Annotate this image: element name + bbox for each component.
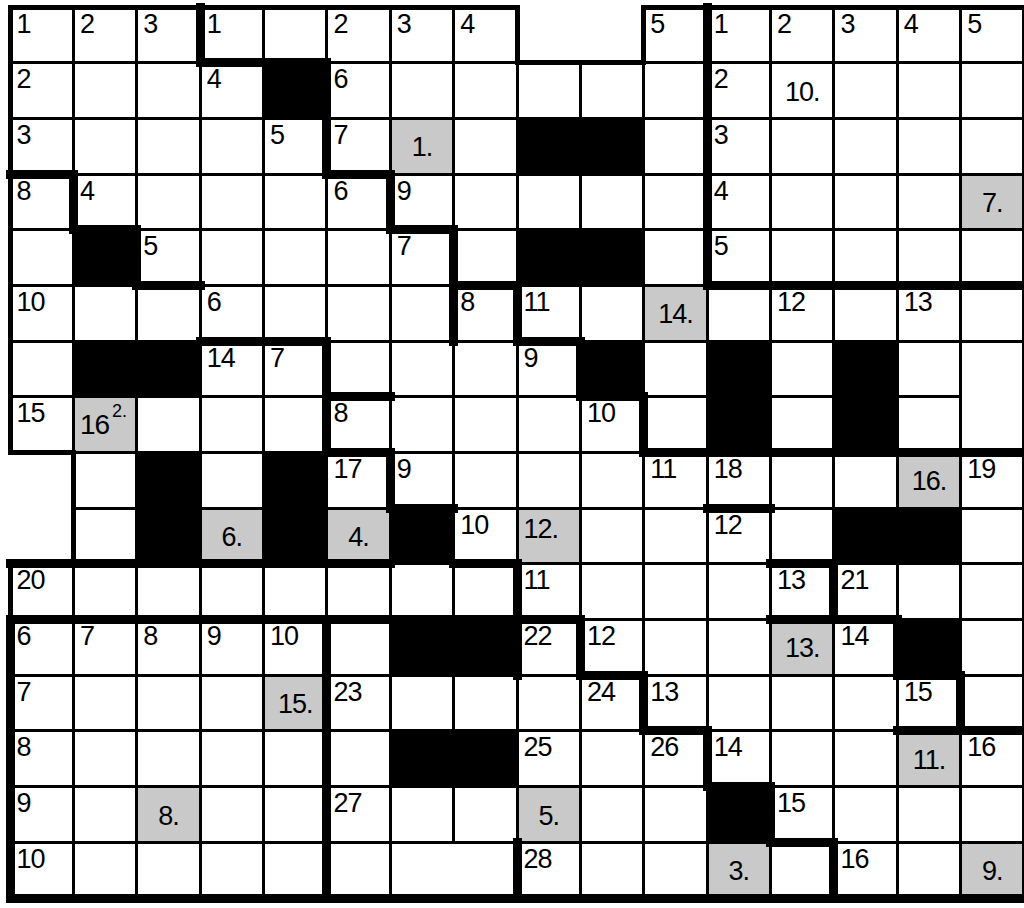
letter-cell[interactable] — [896, 562, 962, 621]
puzzle-boundary-thick — [513, 281, 522, 346]
clue-number: 6 — [333, 65, 347, 93]
puzzle-boundary-thick — [449, 559, 521, 568]
letter-cell[interactable] — [452, 395, 518, 454]
letter-cell[interactable] — [262, 173, 328, 232]
key-letter-cell[interactable]: 15. — [262, 674, 328, 733]
letter-cell[interactable] — [262, 562, 328, 621]
letter-cell[interactable] — [389, 395, 455, 454]
letter-cell[interactable]: 5 — [642, 6, 708, 65]
letter-cell[interactable] — [579, 284, 645, 343]
clue-number: 16 — [967, 733, 995, 761]
clue-number: 25 — [524, 733, 552, 761]
letter-cell[interactable] — [72, 117, 138, 176]
letter-cell[interactable]: 14 — [706, 729, 772, 788]
clue-number: 27 — [333, 789, 361, 817]
puzzle-boundary-thick — [766, 782, 775, 847]
letter-cell[interactable]: 28 — [516, 841, 582, 900]
letter-cell[interactable] — [452, 562, 518, 621]
letter-cell[interactable] — [389, 562, 455, 621]
key-letter-number: 15. — [265, 689, 325, 720]
letter-cell[interactable] — [769, 451, 835, 510]
letter-cell[interactable]: 4 — [706, 173, 772, 232]
letter-cell[interactable]: 13 — [769, 562, 835, 621]
letter-cell[interactable] — [325, 284, 391, 343]
letter-cell[interactable] — [199, 228, 265, 287]
clue-number: 19 — [967, 455, 995, 483]
letter-cell[interactable] — [199, 451, 265, 510]
letter-cell[interactable] — [706, 674, 772, 733]
letter-cell[interactable]: 26 — [642, 729, 708, 788]
letter-cell[interactable] — [642, 562, 708, 621]
puzzle-boundary-thick — [322, 337, 331, 457]
letter-cell[interactable]: 3 — [832, 6, 898, 65]
letter-cell[interactable] — [262, 729, 328, 788]
clue-number: 15 — [904, 678, 932, 706]
letter-cell[interactable]: 9 — [389, 173, 455, 232]
key-letter-number: 16. — [899, 466, 959, 497]
blocked-cell — [706, 395, 772, 454]
blocked-cell — [706, 340, 772, 399]
puzzle-boundary-thick — [322, 448, 394, 457]
letter-cell[interactable]: 2 — [9, 61, 75, 120]
letter-cell[interactable]: 9 — [516, 340, 582, 399]
puzzle-boundary-thick — [639, 392, 648, 457]
key-letter-number: 1. — [392, 132, 452, 163]
letter-cell[interactable] — [642, 618, 708, 677]
letter-cell[interactable] — [832, 451, 898, 510]
letter-cell[interactable] — [896, 173, 962, 232]
key-letter-cell[interactable]: 8. — [135, 785, 201, 844]
letter-cell[interactable] — [452, 228, 518, 287]
letter-cell[interactable] — [516, 395, 582, 454]
letter-cell[interactable] — [389, 61, 455, 120]
clue-number: 1 — [17, 10, 31, 38]
letter-cell[interactable]: 15 — [896, 674, 962, 733]
puzzle-boundary-thick — [703, 281, 1024, 290]
letter-cell[interactable] — [516, 674, 582, 733]
letter-cell[interactable] — [832, 729, 898, 788]
letter-cell[interactable] — [452, 173, 518, 232]
puzzle-boundary-thick — [766, 838, 838, 847]
letter-cell[interactable] — [262, 6, 328, 65]
letter-cell[interactable]: 20 — [9, 562, 75, 621]
key-letter-cell[interactable]: 12. — [516, 507, 582, 566]
letter-cell[interactable]: 24 — [579, 674, 645, 733]
letter-cell[interactable] — [769, 674, 835, 733]
outer-border — [71, 450, 76, 566]
letter-cell[interactable] — [959, 117, 1024, 176]
clue-number: 4 — [207, 65, 221, 93]
letter-cell[interactable]: 3 — [706, 117, 772, 176]
letter-cell[interactable]: 2 — [706, 61, 772, 120]
letter-cell[interactable]: 18 — [706, 451, 772, 510]
letter-cell[interactable]: 11 — [516, 562, 582, 621]
letter-cell[interactable] — [135, 729, 201, 788]
letter-cell[interactable] — [262, 785, 328, 844]
letter-cell[interactable]: 8 — [135, 618, 201, 677]
letter-cell[interactable]: 21 — [832, 562, 898, 621]
letter-cell[interactable] — [959, 785, 1024, 844]
key-letter-number: 11. — [899, 745, 959, 776]
letter-cell[interactable]: 1 — [9, 6, 75, 65]
letter-cell[interactable]: 4 — [199, 61, 265, 120]
clue-number: 6 — [333, 177, 347, 205]
clue-number: 2 — [777, 10, 791, 38]
letter-cell[interactable] — [516, 61, 582, 120]
letter-cell[interactable]: 11 — [642, 451, 708, 510]
puzzle-boundary-thick — [576, 337, 585, 402]
key-letter-cell[interactable]: 9. — [959, 841, 1024, 900]
letter-cell[interactable] — [642, 785, 708, 844]
letter-cell[interactable] — [199, 173, 265, 232]
clue-number: 17 — [333, 455, 361, 483]
clue-number: 9 — [17, 789, 31, 817]
letter-cell[interactable] — [642, 117, 708, 176]
puzzle-boundary-thick — [132, 281, 204, 290]
puzzle-boundary-thick — [386, 448, 395, 513]
letter-cell[interactable] — [389, 841, 519, 900]
clue-number: 23 — [333, 678, 361, 706]
letter-cell[interactable]: 22 — [516, 618, 582, 677]
letter-cell[interactable] — [896, 395, 962, 454]
outer-border — [515, 60, 647, 65]
letter-cell[interactable] — [579, 562, 645, 621]
letter-cell[interactable]: 6 — [325, 61, 391, 120]
key-letter-number: 7. — [962, 188, 1022, 219]
letter-cell[interactable]: 7 — [72, 618, 138, 677]
letter-cell[interactable] — [72, 729, 138, 788]
letter-cell[interactable]: 10 — [9, 284, 75, 343]
clue-number: 16 — [80, 409, 109, 441]
letter-cell[interactable] — [199, 841, 265, 900]
letter-cell[interactable] — [135, 841, 201, 900]
letter-cell[interactable]: 7 — [389, 228, 455, 287]
letter-cell[interactable] — [579, 729, 645, 788]
letter-cell[interactable] — [959, 562, 1024, 621]
blocked-cell — [389, 507, 455, 566]
letter-cell[interactable] — [9, 340, 75, 399]
letter-cell[interactable] — [325, 228, 391, 287]
letter-cell[interactable] — [579, 451, 645, 510]
puzzle-boundary-thick — [449, 281, 521, 290]
clue-number: 9 — [397, 455, 411, 483]
puzzle-board: 1231234512345246210.3571.3846947.5751068… — [0, 0, 1024, 908]
letter-cell[interactable] — [959, 61, 1024, 120]
letter-cell[interactable] — [642, 395, 708, 454]
letter-cell[interactable]: 8 — [325, 395, 391, 454]
letter-cell[interactable]: 10. — [769, 61, 835, 120]
letter-cell[interactable]: 7 — [262, 340, 328, 399]
letter-cell[interactable] — [72, 507, 138, 566]
letter-cell[interactable] — [452, 785, 518, 844]
letter-cell[interactable] — [452, 61, 518, 120]
letter-cell[interactable] — [832, 117, 898, 176]
outer-border — [515, 5, 520, 66]
letter-cell[interactable]: 12 — [579, 618, 645, 677]
letter-cell[interactable] — [579, 173, 645, 232]
letter-cell[interactable] — [706, 618, 772, 677]
letter-cell[interactable]: 4 — [452, 6, 518, 65]
letter-cell[interactable] — [325, 618, 391, 677]
letter-cell[interactable] — [642, 228, 708, 287]
letter-cell[interactable] — [832, 284, 898, 343]
letter-cell[interactable]: 7 — [325, 117, 391, 176]
letter-cell[interactable] — [959, 284, 1024, 343]
key-letter-cell[interactable]: 5. — [516, 785, 582, 844]
letter-cell[interactable] — [959, 674, 1024, 733]
blocked-cell — [135, 340, 201, 399]
letter-cell[interactable] — [769, 117, 835, 176]
letter-cell[interactable] — [579, 507, 645, 566]
letter-cell[interactable] — [135, 395, 201, 454]
letter-cell[interactable]: 10 — [452, 507, 518, 566]
letter-cell[interactable]: 10 — [579, 395, 645, 454]
clue-number: 21 — [840, 566, 868, 594]
letter-cell[interactable] — [262, 284, 328, 343]
letter-cell[interactable]: 8 — [9, 173, 75, 232]
letter-cell[interactable] — [896, 117, 962, 176]
letter-cell[interactable]: 10 — [9, 841, 75, 900]
letter-cell[interactable] — [72, 785, 138, 844]
letter-cell[interactable] — [642, 61, 708, 120]
letter-cell[interactable] — [706, 284, 772, 343]
letter-cell[interactable] — [896, 841, 962, 900]
letter-cell[interactable] — [959, 618, 1024, 677]
letter-cell[interactable] — [199, 729, 265, 788]
letter-cell[interactable] — [769, 729, 835, 788]
letter-cell[interactable] — [135, 284, 201, 343]
letter-cell[interactable]: 14 — [832, 618, 898, 677]
letter-cell[interactable]: 12 — [769, 284, 835, 343]
letter-cell[interactable] — [389, 284, 455, 343]
letter-cell[interactable] — [832, 785, 898, 844]
clue-number: 9 — [397, 177, 411, 205]
letter-cell[interactable] — [516, 451, 582, 510]
letter-cell[interactable]: 9 — [389, 451, 455, 510]
letter-cell[interactable] — [452, 674, 518, 733]
letter-cell[interactable] — [642, 841, 708, 900]
puzzle-boundary-thick — [196, 58, 332, 67]
letter-cell[interactable] — [135, 562, 201, 621]
letter-cell[interactable] — [389, 785, 455, 844]
key-letter-cell[interactable]: 7. — [959, 173, 1024, 232]
key-letter-number: 8. — [138, 800, 198, 831]
letter-cell[interactable] — [769, 507, 835, 566]
letter-cell[interactable] — [9, 228, 75, 287]
puzzle-boundary-thick — [513, 838, 522, 903]
letter-cell[interactable] — [579, 785, 645, 844]
letter-cell[interactable] — [832, 228, 898, 287]
letter-cell[interactable]: 12 — [706, 507, 772, 566]
letter-cell[interactable]: 5 — [959, 6, 1024, 65]
letter-cell[interactable] — [135, 674, 201, 733]
letter-cell[interactable] — [452, 117, 518, 176]
clue-number: 14 — [207, 344, 235, 372]
clue-number: 8 — [460, 288, 474, 316]
key-letter-cell[interactable]: 3. — [706, 841, 772, 900]
letter-cell[interactable]: 19 — [959, 451, 1024, 510]
letter-cell[interactable]: 13 — [642, 674, 708, 733]
clue-number: 4 — [904, 10, 918, 38]
letter-cell[interactable]: 4 — [896, 6, 962, 65]
letter-cell[interactable] — [325, 729, 391, 788]
letter-cell[interactable] — [516, 173, 582, 232]
letter-cell[interactable] — [135, 61, 201, 120]
letter-cell[interactable]: 15 — [9, 395, 75, 454]
letter-cell[interactable] — [452, 340, 518, 399]
letter-cell[interactable]: 8 — [9, 729, 75, 788]
letter-cell[interactable] — [72, 562, 138, 621]
letter-cell[interactable] — [135, 173, 201, 232]
blocked-cell — [896, 507, 962, 566]
letter-cell[interactable] — [579, 841, 645, 900]
letter-cell[interactable]: 6 — [9, 618, 75, 677]
letter-cell[interactable] — [832, 674, 898, 733]
key-letter-number: 9. — [962, 856, 1022, 887]
letter-cell[interactable] — [832, 61, 898, 120]
letter-cell[interactable]: 9 — [199, 618, 265, 677]
letter-cell[interactable] — [959, 228, 1024, 287]
puzzle-boundary-thick — [513, 559, 522, 679]
key-letter-cell[interactable]: 16. — [896, 451, 962, 510]
outer-border — [641, 5, 646, 66]
letter-cell[interactable] — [199, 674, 265, 733]
clue-number: 3 — [17, 121, 31, 149]
letter-cell[interactable]: 5 — [135, 228, 201, 287]
letter-cell[interactable] — [389, 674, 455, 733]
clue-number: 3 — [397, 10, 411, 38]
letter-cell[interactable] — [769, 340, 835, 399]
letter-cell[interactable]: 8 — [452, 284, 518, 343]
letter-cell[interactable] — [199, 395, 265, 454]
letter-cell[interactable] — [769, 173, 835, 232]
letter-cell[interactable]: 6 — [325, 173, 391, 232]
letter-cell[interactable] — [706, 562, 772, 621]
puzzle-boundary-thick — [703, 726, 712, 791]
letter-cell[interactable]: 16 — [832, 841, 898, 900]
letter-cell[interactable] — [199, 117, 265, 176]
letter-cell[interactable]: 7 — [9, 674, 75, 733]
outer-border — [8, 561, 13, 622]
letter-cell[interactable] — [72, 284, 138, 343]
letter-cell[interactable]: 3 — [135, 6, 201, 65]
letter-cell[interactable] — [199, 562, 265, 621]
letter-cell[interactable]: 1 — [199, 6, 265, 65]
letter-cell[interactable] — [769, 841, 835, 900]
letter-cell[interactable]: 23 — [325, 674, 391, 733]
puzzle-boundary-thick — [386, 225, 458, 234]
letter-cell[interactable] — [579, 61, 645, 120]
clue-number: 1 — [714, 10, 728, 38]
key-letter-cell[interactable]: 6. — [199, 507, 265, 566]
puzzle-boundary-thick — [576, 615, 585, 680]
letter-cell[interactable] — [959, 340, 1024, 454]
letter-cell[interactable] — [896, 61, 962, 120]
letter-cell[interactable] — [135, 117, 201, 176]
puzzle-boundary-thick — [322, 615, 331, 902]
key-letter-cell[interactable]: 1. — [389, 117, 455, 176]
key-letter-cell[interactable]: 162. — [72, 395, 138, 454]
blocked-cell — [262, 507, 328, 566]
letter-cell[interactable]: 14 — [199, 340, 265, 399]
letter-cell[interactable] — [642, 507, 708, 566]
letter-cell[interactable]: 11 — [516, 284, 582, 343]
outer-border — [8, 450, 76, 455]
puzzle-boundary-thick — [386, 170, 395, 235]
letter-cell[interactable] — [325, 562, 391, 621]
letter-cell[interactable] — [959, 507, 1024, 566]
letter-cell[interactable]: 2 — [769, 6, 835, 65]
clue-number: 1 — [207, 10, 221, 38]
letter-cell[interactable]: 13 — [896, 284, 962, 343]
letter-cell[interactable] — [769, 395, 835, 454]
letter-cell[interactable] — [642, 173, 708, 232]
letter-cell[interactable] — [832, 173, 898, 232]
clue-number: 12 — [714, 511, 742, 539]
letter-cell[interactable] — [72, 674, 138, 733]
letter-cell[interactable]: 3 — [9, 117, 75, 176]
letter-cell[interactable]: 5 — [262, 117, 328, 176]
letter-cell[interactable] — [199, 785, 265, 844]
puzzle-boundary-thick — [639, 671, 648, 736]
letter-cell[interactable]: 3 — [389, 6, 455, 65]
key-letter-cell[interactable]: 4. — [325, 507, 391, 566]
letter-cell[interactable] — [262, 395, 328, 454]
letter-cell[interactable] — [325, 340, 391, 399]
clue-number: 3 — [143, 10, 157, 38]
letter-cell[interactable]: 9 — [9, 785, 75, 844]
letter-cell[interactable]: 1 — [706, 6, 772, 65]
puzzle-boundary-thick — [893, 671, 965, 680]
key-letter-cell[interactable]: 13. — [769, 618, 835, 677]
letter-cell[interactable] — [452, 451, 518, 510]
letter-cell[interactable] — [896, 228, 962, 287]
puzzle-boundary-thick — [196, 337, 332, 346]
key-letter-cell[interactable]: 14. — [642, 284, 708, 343]
letter-cell[interactable] — [72, 451, 138, 510]
letter-cell[interactable] — [769, 228, 835, 287]
letter-cell[interactable]: 6 — [199, 284, 265, 343]
letter-cell[interactable]: 15 — [769, 785, 835, 844]
clue-number: 15 — [777, 789, 805, 817]
clue-number: 7 — [17, 678, 31, 706]
clue-number: 10 — [587, 399, 615, 427]
letter-cell[interactable]: 2 — [325, 6, 391, 65]
letter-cell[interactable]: 25 — [516, 729, 582, 788]
letter-cell[interactable]: 16 — [959, 729, 1024, 788]
blocked-cell — [452, 729, 518, 788]
letter-cell[interactable]: 2 — [72, 6, 138, 65]
letter-cell[interactable]: 10 — [262, 618, 328, 677]
blocked-cell — [262, 451, 328, 510]
key-letter-number: 2. — [112, 401, 127, 422]
letter-cell[interactable] — [72, 61, 138, 120]
letter-cell[interactable] — [896, 340, 962, 399]
letter-cell[interactable] — [389, 340, 455, 399]
letter-cell[interactable]: 5 — [706, 228, 772, 287]
letter-cell[interactable] — [72, 841, 138, 900]
letter-cell[interactable]: 4 — [72, 173, 138, 232]
letter-cell[interactable] — [896, 785, 962, 844]
letter-cell[interactable]: 27 — [325, 785, 391, 844]
letter-cell[interactable] — [262, 228, 328, 287]
clue-number: 16 — [840, 845, 868, 873]
letter-cell[interactable] — [325, 841, 391, 900]
letter-cell[interactable] — [262, 841, 328, 900]
letter-cell[interactable] — [642, 340, 708, 399]
letter-cell[interactable]: 17 — [325, 451, 391, 510]
key-letter-cell[interactable]: 11. — [896, 729, 962, 788]
